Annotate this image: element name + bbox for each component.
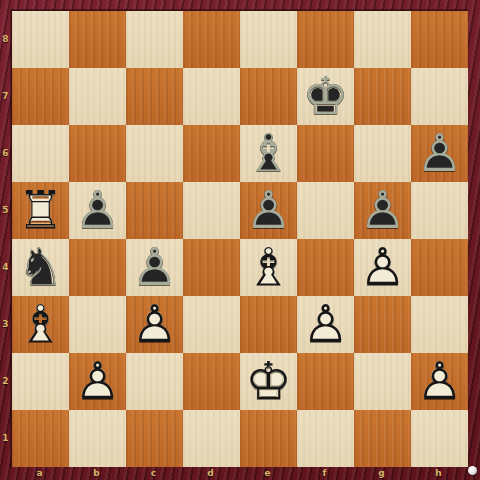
square-d7[interactable] (183, 68, 240, 125)
rank-label-4: 4 (0, 238, 11, 295)
square-f1[interactable] (297, 410, 354, 467)
square-g5[interactable]: ♟♙ (354, 182, 411, 239)
square-d3[interactable] (183, 296, 240, 353)
square-e5[interactable]: ♟♙ (240, 182, 297, 239)
square-g6[interactable] (354, 125, 411, 182)
square-c8[interactable] (126, 11, 183, 68)
file-label-a: a (11, 466, 68, 480)
square-g1[interactable] (354, 410, 411, 467)
white-pawn[interactable]: ♟♙ (354, 239, 411, 296)
white-bishop[interactable]: ♝♗ (240, 239, 297, 296)
chess-board: ♚♔♝♗♟♙♜♖♟♙♟♙♟♙♞♘♟♙♝♗♟♙♝♗♟♙♟♙♟♙♚♔♟♙ (11, 10, 467, 466)
black-pawn[interactable]: ♟♙ (126, 239, 183, 296)
square-a1[interactable] (12, 410, 69, 467)
square-h5[interactable] (411, 182, 468, 239)
square-b4[interactable] (69, 239, 126, 296)
square-b1[interactable] (69, 410, 126, 467)
square-h4[interactable] (411, 239, 468, 296)
square-g7[interactable] (354, 68, 411, 125)
black-pawn[interactable]: ♟♙ (69, 182, 126, 239)
square-d4[interactable] (183, 239, 240, 296)
rank-label-5: 5 (0, 181, 11, 238)
file-label-d: d (182, 466, 239, 480)
square-b5[interactable]: ♟♙ (69, 182, 126, 239)
square-c5[interactable] (126, 182, 183, 239)
square-f8[interactable] (297, 11, 354, 68)
rank-labels: 87654321 (0, 10, 11, 466)
square-g3[interactable] (354, 296, 411, 353)
white-pawn[interactable]: ♟♙ (411, 353, 468, 410)
white-rook[interactable]: ♜♖ (12, 182, 69, 239)
black-pawn[interactable]: ♟♙ (240, 182, 297, 239)
square-h6[interactable]: ♟♙ (411, 125, 468, 182)
square-f7[interactable]: ♚♔ (297, 68, 354, 125)
square-a4[interactable]: ♞♘ (12, 239, 69, 296)
square-b6[interactable] (69, 125, 126, 182)
square-h3[interactable] (411, 296, 468, 353)
rank-label-8: 8 (0, 10, 11, 67)
square-g4[interactable]: ♟♙ (354, 239, 411, 296)
turn-indicator-white (468, 466, 477, 475)
square-a6[interactable] (12, 125, 69, 182)
black-pawn[interactable]: ♟♙ (411, 125, 468, 182)
file-labels: abcdefgh (11, 466, 467, 480)
square-b8[interactable] (69, 11, 126, 68)
square-g8[interactable] (354, 11, 411, 68)
white-bishop[interactable]: ♝♗ (12, 296, 69, 353)
white-pawn[interactable]: ♟♙ (69, 353, 126, 410)
black-knight[interactable]: ♞♘ (12, 239, 69, 296)
square-g2[interactable] (354, 353, 411, 410)
square-c4[interactable]: ♟♙ (126, 239, 183, 296)
square-b2[interactable]: ♟♙ (69, 353, 126, 410)
file-label-e: e (239, 466, 296, 480)
square-e1[interactable] (240, 410, 297, 467)
chess-board-frame: 87654321 abcdefgh ♚♔♝♗♟♙♜♖♟♙♟♙♟♙♞♘♟♙♝♗♟♙… (0, 0, 480, 480)
white-pawn[interactable]: ♟♙ (297, 296, 354, 353)
square-e7[interactable] (240, 68, 297, 125)
square-e3[interactable] (240, 296, 297, 353)
square-a7[interactable] (12, 68, 69, 125)
black-bishop[interactable]: ♝♗ (240, 125, 297, 182)
square-e8[interactable] (240, 11, 297, 68)
rank-label-3: 3 (0, 295, 11, 352)
square-d1[interactable] (183, 410, 240, 467)
black-pawn[interactable]: ♟♙ (354, 182, 411, 239)
square-e2[interactable]: ♚♔ (240, 353, 297, 410)
square-f3[interactable]: ♟♙ (297, 296, 354, 353)
rank-label-6: 6 (0, 124, 11, 181)
square-c7[interactable] (126, 68, 183, 125)
square-c6[interactable] (126, 125, 183, 182)
white-king[interactable]: ♚♔ (240, 353, 297, 410)
square-b7[interactable] (69, 68, 126, 125)
square-f4[interactable] (297, 239, 354, 296)
rank-label-7: 7 (0, 67, 11, 124)
file-label-b: b (68, 466, 125, 480)
square-d2[interactable] (183, 353, 240, 410)
square-f5[interactable] (297, 182, 354, 239)
square-a5[interactable]: ♜♖ (12, 182, 69, 239)
square-h7[interactable] (411, 68, 468, 125)
square-h1[interactable] (411, 410, 468, 467)
black-king[interactable]: ♚♔ (297, 68, 354, 125)
square-e6[interactable]: ♝♗ (240, 125, 297, 182)
file-label-c: c (125, 466, 182, 480)
square-h2[interactable]: ♟♙ (411, 353, 468, 410)
square-d8[interactable] (183, 11, 240, 68)
square-c1[interactable] (126, 410, 183, 467)
square-e4[interactable]: ♝♗ (240, 239, 297, 296)
square-a8[interactable] (12, 11, 69, 68)
square-d6[interactable] (183, 125, 240, 182)
square-a2[interactable] (12, 353, 69, 410)
square-h8[interactable] (411, 11, 468, 68)
file-label-g: g (353, 466, 410, 480)
rank-label-1: 1 (0, 409, 11, 466)
white-pawn[interactable]: ♟♙ (126, 296, 183, 353)
rank-label-2: 2 (0, 352, 11, 409)
square-d5[interactable] (183, 182, 240, 239)
square-c3[interactable]: ♟♙ (126, 296, 183, 353)
square-a3[interactable]: ♝♗ (12, 296, 69, 353)
file-label-h: h (410, 466, 467, 480)
square-f6[interactable] (297, 125, 354, 182)
file-label-f: f (296, 466, 353, 480)
square-f2[interactable] (297, 353, 354, 410)
square-c2[interactable] (126, 353, 183, 410)
square-b3[interactable] (69, 296, 126, 353)
